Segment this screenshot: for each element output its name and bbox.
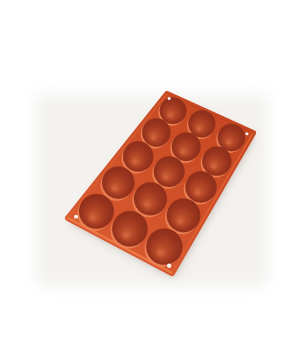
silicone-mold-render <box>0 0 291 353</box>
mold-cavity <box>102 166 134 198</box>
mold-cavity <box>185 171 216 202</box>
mold-cavity <box>123 141 153 171</box>
mold-cavity <box>160 97 187 124</box>
corner-hole <box>167 264 171 268</box>
corner-hole <box>168 97 171 100</box>
mold-cavity <box>172 132 201 161</box>
corner-hole <box>74 215 78 219</box>
mold-cavity <box>202 146 231 175</box>
mold-cavity <box>79 194 114 229</box>
mold-cavity <box>154 156 185 187</box>
corner-hole <box>245 132 248 135</box>
mold-cavity <box>146 228 182 264</box>
mold-cavity <box>167 199 201 233</box>
mold-cavity <box>112 211 148 247</box>
mold-cavity <box>134 182 167 215</box>
product-photo <box>0 0 291 353</box>
mold-cavity <box>142 118 170 146</box>
